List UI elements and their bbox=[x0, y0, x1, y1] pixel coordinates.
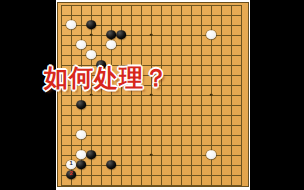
black-stone bbox=[76, 160, 86, 170]
white-stone: 1 bbox=[66, 160, 76, 170]
hoshi-point bbox=[210, 93, 213, 96]
overlay-caption: 如何处理？ bbox=[44, 62, 169, 94]
black-stone bbox=[86, 20, 96, 30]
white-stone bbox=[86, 50, 96, 60]
move-number-label: 2 bbox=[69, 172, 72, 178]
go-board: 12 bbox=[56, 0, 250, 190]
move-number-label: 1 bbox=[69, 162, 72, 168]
hoshi-point bbox=[90, 33, 93, 36]
hoshi-point bbox=[150, 153, 153, 156]
white-stone bbox=[76, 130, 86, 140]
white-stone bbox=[206, 30, 216, 40]
letterbox-right bbox=[250, 0, 304, 190]
black-stone bbox=[106, 160, 116, 170]
black-stone: 2 bbox=[66, 170, 76, 180]
black-stone bbox=[86, 150, 96, 160]
white-stone bbox=[76, 40, 86, 50]
white-stone bbox=[106, 40, 116, 50]
white-stone bbox=[66, 20, 76, 30]
black-stone bbox=[76, 100, 86, 110]
black-stone bbox=[106, 30, 116, 40]
hoshi-point bbox=[150, 33, 153, 36]
letterbox-left bbox=[0, 0, 56, 190]
black-stone bbox=[116, 30, 126, 40]
video-thumbnail: 12 如何处理？ bbox=[0, 0, 304, 190]
white-stone bbox=[206, 150, 216, 160]
white-stone bbox=[76, 150, 86, 160]
